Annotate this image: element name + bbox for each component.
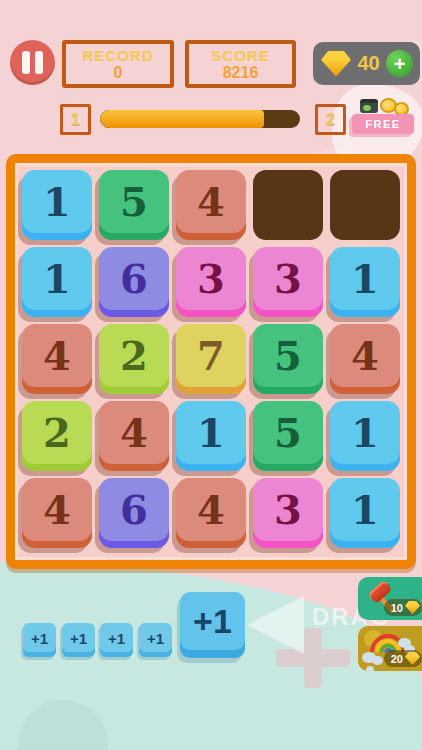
tile-r2c4-value-3[interactable]: 3 xyxy=(253,247,323,317)
empty-cell-r1c4[interactable] xyxy=(253,170,323,240)
add-gems-button[interactable]: + xyxy=(386,50,413,77)
tile-r2c3-value-3[interactable]: 3 xyxy=(176,247,246,317)
gem-count: 40 xyxy=(351,52,386,75)
score-value: 8216 xyxy=(223,64,259,81)
tile-r4c3-value-1[interactable]: 1 xyxy=(176,401,246,471)
game-screen: RECORD 0 SCORE 8216 40 + 1 2 FREE 154163… xyxy=(0,0,422,750)
tile-r2c1-value-1[interactable]: 1 xyxy=(22,247,92,317)
tile-r3c5-value-4[interactable]: 4 xyxy=(330,324,400,394)
empty-cell-r1c5[interactable] xyxy=(330,170,400,240)
tile-r5c3-value-4[interactable]: 4 xyxy=(176,478,246,548)
clapper-icon xyxy=(360,99,378,113)
tile-r2c2-value-6[interactable]: 6 xyxy=(99,247,169,317)
record-box: RECORD 0 xyxy=(62,40,174,88)
rainbow-cost: 20 xyxy=(391,653,403,665)
record-value: 0 xyxy=(114,64,123,81)
tile-r3c3-value-7[interactable]: 7 xyxy=(176,324,246,394)
tile-r1c3-value-4[interactable]: 4 xyxy=(176,170,246,240)
queued-plus-one-tile-1[interactable]: +1 xyxy=(23,623,56,657)
free-ribbon: FREE xyxy=(352,114,414,134)
current-drag-tile[interactable]: +1 xyxy=(180,592,245,658)
tile-r3c4-value-5[interactable]: 5 xyxy=(253,324,323,394)
score-box: SCORE 8216 xyxy=(185,40,296,88)
tile-r4c5-value-1[interactable]: 1 xyxy=(330,401,400,471)
record-label: RECORD xyxy=(82,47,153,64)
free-label: FREE xyxy=(365,118,400,130)
tile-r2c5-value-1[interactable]: 1 xyxy=(330,247,400,317)
level-next-box: 2 xyxy=(315,104,346,135)
rainbow-booster-button[interactable]: 20 xyxy=(358,626,422,671)
level-progress-bar xyxy=(100,110,300,128)
level-progress-fill xyxy=(100,110,264,128)
tile-r1c1-value-1[interactable]: 1 xyxy=(22,170,92,240)
gem-icon xyxy=(321,51,351,77)
tile-r4c1-value-2[interactable]: 2 xyxy=(22,401,92,471)
drag-arrow-icon xyxy=(247,596,304,654)
game-board: 15416331427542415146431 xyxy=(6,154,416,569)
rainbow-cost-badge: 20 xyxy=(384,650,422,667)
tile-r3c2-value-2[interactable]: 2 xyxy=(99,324,169,394)
tile-r4c4-value-5[interactable]: 5 xyxy=(253,401,323,471)
tile-r3c1-value-4[interactable]: 4 xyxy=(22,324,92,394)
level-current-box: 1 xyxy=(60,104,91,135)
queued-plus-one-tile-2[interactable]: +1 xyxy=(62,623,95,657)
gem-counter: 40 + xyxy=(313,42,420,85)
queued-plus-one-tile-4[interactable]: +1 xyxy=(139,623,172,657)
pause-button[interactable] xyxy=(10,40,55,85)
board-grid: 15416331427542415146431 xyxy=(22,170,400,548)
hammer-booster-button[interactable]: 10 xyxy=(358,577,422,620)
tile-r5c2-value-6[interactable]: 6 xyxy=(99,478,169,548)
pause-icon xyxy=(22,51,30,74)
score-label: SCORE xyxy=(211,47,269,64)
tile-r4c2-value-4[interactable]: 4 xyxy=(99,401,169,471)
hammer-cost: 10 xyxy=(391,602,403,614)
tile-r1c2-value-5[interactable]: 5 xyxy=(99,170,169,240)
hammer-cost-badge: 10 xyxy=(384,599,422,616)
gem-icon xyxy=(405,652,420,665)
pause-icon xyxy=(35,51,43,74)
queued-plus-one-tile-3[interactable]: +1 xyxy=(100,623,133,657)
tile-r5c5-value-1[interactable]: 1 xyxy=(330,478,400,548)
tile-r5c1-value-4[interactable]: 4 xyxy=(22,478,92,548)
tile-r5c4-value-3[interactable]: 3 xyxy=(253,478,323,548)
gem-icon xyxy=(405,601,420,614)
free-reward-button[interactable]: FREE xyxy=(352,96,414,140)
